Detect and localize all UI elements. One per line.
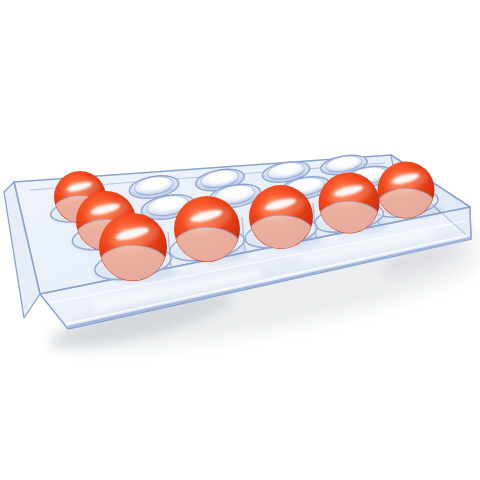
mold-tray-scene bbox=[0, 0, 480, 480]
product-photo bbox=[0, 0, 480, 480]
